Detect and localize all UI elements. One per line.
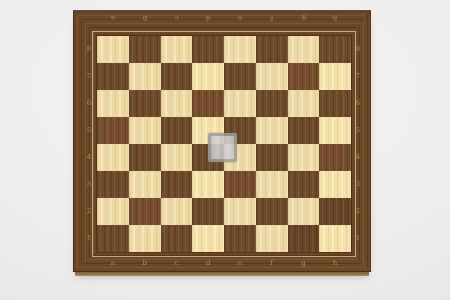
square-e7[interactable] [224, 63, 256, 90]
square-a8[interactable] [97, 36, 129, 63]
square-h5[interactable] [319, 117, 351, 144]
square-e1[interactable] [224, 225, 256, 252]
square-b7[interactable] [129, 63, 161, 90]
square-h7[interactable] [319, 63, 351, 90]
square-e8[interactable] [224, 36, 256, 63]
square-g4[interactable] [288, 144, 320, 171]
square-b4[interactable] [129, 144, 161, 171]
square-a4[interactable] [97, 144, 129, 171]
square-f7[interactable] [256, 63, 288, 90]
square-e6[interactable] [224, 90, 256, 117]
square-f1[interactable] [256, 225, 288, 252]
square-a3[interactable] [97, 171, 129, 198]
square-c8[interactable] [161, 36, 193, 63]
square-d6[interactable] [192, 90, 224, 117]
square-a5[interactable] [97, 117, 129, 144]
square-b8[interactable] [129, 36, 161, 63]
square-g1[interactable] [288, 225, 320, 252]
square-d1[interactable] [192, 225, 224, 252]
square-g2[interactable] [288, 198, 320, 225]
square-f5[interactable] [256, 117, 288, 144]
square-h1[interactable] [319, 225, 351, 252]
square-c4[interactable] [161, 144, 193, 171]
square-c1[interactable] [161, 225, 193, 252]
board-frame-bottom [73, 252, 371, 272]
square-g7[interactable] [288, 63, 320, 90]
square-c7[interactable] [161, 63, 193, 90]
square-d8[interactable] [192, 36, 224, 63]
square-g8[interactable] [288, 36, 320, 63]
square-e3[interactable] [224, 171, 256, 198]
square-h8[interactable] [319, 36, 351, 63]
square-b1[interactable] [129, 225, 161, 252]
board-frame-left [73, 10, 97, 272]
square-a1[interactable] [97, 225, 129, 252]
square-c2[interactable] [161, 198, 193, 225]
square-b2[interactable] [129, 198, 161, 225]
square-g5[interactable] [288, 117, 320, 144]
square-d7[interactable] [192, 63, 224, 90]
square-g6[interactable] [288, 90, 320, 117]
square-b3[interactable] [129, 171, 161, 198]
square-f3[interactable] [256, 171, 288, 198]
square-c6[interactable] [161, 90, 193, 117]
board-frame-right [351, 10, 371, 272]
square-f8[interactable] [256, 36, 288, 63]
square-a2[interactable] [97, 198, 129, 225]
square-b6[interactable] [129, 90, 161, 117]
square-a6[interactable] [97, 90, 129, 117]
square-c3[interactable] [161, 171, 193, 198]
square-b5[interactable] [129, 117, 161, 144]
square-h2[interactable] [319, 198, 351, 225]
board-frame-top [73, 10, 371, 36]
square-f4[interactable] [256, 144, 288, 171]
square-h3[interactable] [319, 171, 351, 198]
square-h4[interactable] [319, 144, 351, 171]
square-c5[interactable] [161, 117, 193, 144]
photo-background: abcdefgh abcdefgh 87654321 87654321 [0, 0, 450, 300]
placeholder-watermark-icon [208, 133, 237, 162]
placeholder-watermark-inner [211, 136, 234, 159]
square-a7[interactable] [97, 63, 129, 90]
square-f2[interactable] [256, 198, 288, 225]
square-d3[interactable] [192, 171, 224, 198]
square-d2[interactable] [192, 198, 224, 225]
square-g3[interactable] [288, 171, 320, 198]
square-f6[interactable] [256, 90, 288, 117]
square-h6[interactable] [319, 90, 351, 117]
square-e2[interactable] [224, 198, 256, 225]
